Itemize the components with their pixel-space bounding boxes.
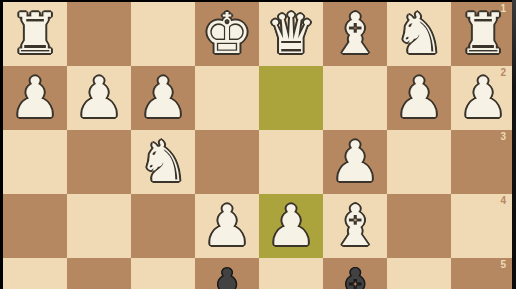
square-a4[interactable]: 4 xyxy=(451,194,515,258)
piece-white-pawn[interactable]: ♟ xyxy=(202,194,252,258)
rank-label-2: 2 xyxy=(500,67,506,79)
square-h3[interactable] xyxy=(3,130,67,194)
square-h5[interactable] xyxy=(3,258,67,289)
piece-white-pawn[interactable]: ♟ xyxy=(330,130,380,194)
piece-white-pawn[interactable]: ♟ xyxy=(394,66,444,130)
piece-black-bishop[interactable]: ♝ xyxy=(330,258,380,289)
piece-white-knight[interactable]: ♞ xyxy=(394,2,444,66)
piece-white-bishop[interactable]: ♝ xyxy=(330,2,380,66)
square-c5[interactable]: ♝ xyxy=(323,258,387,289)
square-c1[interactable]: ♝ xyxy=(323,2,387,66)
square-g4[interactable] xyxy=(67,194,131,258)
square-a3[interactable]: 3 xyxy=(451,130,515,194)
square-h4[interactable] xyxy=(3,194,67,258)
square-b3[interactable] xyxy=(387,130,451,194)
rank-label-1: 1 xyxy=(500,3,506,15)
square-g1[interactable] xyxy=(67,2,131,66)
square-a2[interactable]: ♟2 xyxy=(451,66,515,130)
square-d5[interactable] xyxy=(259,258,323,289)
piece-white-pawn[interactable]: ♟ xyxy=(266,194,316,258)
piece-black-pawn[interactable]: ♟ xyxy=(202,258,252,289)
square-d1[interactable]: ♛ xyxy=(259,2,323,66)
piece-white-rook[interactable]: ♜ xyxy=(10,2,60,66)
board-viewport: ♜♚♛♝♞♜1♟♟♟♟♟2♞♟3♟♟♝4♟♝5 xyxy=(0,0,516,289)
square-h1[interactable]: ♜ xyxy=(3,2,67,66)
square-b1[interactable]: ♞ xyxy=(387,2,451,66)
square-b5[interactable] xyxy=(387,258,451,289)
square-a5[interactable]: 5 xyxy=(451,258,515,289)
square-d3[interactable] xyxy=(259,130,323,194)
square-f2[interactable]: ♟ xyxy=(131,66,195,130)
piece-white-bishop[interactable]: ♝ xyxy=(330,194,380,258)
rank-label-5: 5 xyxy=(500,259,506,271)
square-d4[interactable]: ♟ xyxy=(259,194,323,258)
square-a1[interactable]: ♜1 xyxy=(451,2,515,66)
square-b4[interactable] xyxy=(387,194,451,258)
square-e2[interactable] xyxy=(195,66,259,130)
piece-white-king[interactable]: ♚ xyxy=(202,2,252,66)
square-g2[interactable]: ♟ xyxy=(67,66,131,130)
rank-label-4: 4 xyxy=(500,195,506,207)
square-e4[interactable]: ♟ xyxy=(195,194,259,258)
square-f5[interactable] xyxy=(131,258,195,289)
square-b2[interactable]: ♟ xyxy=(387,66,451,130)
square-e1[interactable]: ♚ xyxy=(195,2,259,66)
square-e5[interactable]: ♟ xyxy=(195,258,259,289)
square-f4[interactable] xyxy=(131,194,195,258)
rank-label-3: 3 xyxy=(500,131,506,143)
piece-white-queen[interactable]: ♛ xyxy=(266,2,316,66)
piece-white-knight[interactable]: ♞ xyxy=(138,130,188,194)
square-c4[interactable]: ♝ xyxy=(323,194,387,258)
square-d2[interactable] xyxy=(259,66,323,130)
square-f3[interactable]: ♞ xyxy=(131,130,195,194)
piece-white-pawn[interactable]: ♟ xyxy=(138,66,188,130)
square-g3[interactable] xyxy=(67,130,131,194)
square-g5[interactable] xyxy=(67,258,131,289)
chess-board: ♜♚♛♝♞♜1♟♟♟♟♟2♞♟3♟♟♝4♟♝5 xyxy=(3,2,515,289)
square-c3[interactable]: ♟ xyxy=(323,130,387,194)
square-h2[interactable]: ♟ xyxy=(3,66,67,130)
square-c2[interactable] xyxy=(323,66,387,130)
square-f1[interactable] xyxy=(131,2,195,66)
right-edge-strip xyxy=(512,0,516,289)
piece-white-pawn[interactable]: ♟ xyxy=(10,66,60,130)
square-e3[interactable] xyxy=(195,130,259,194)
piece-white-pawn[interactable]: ♟ xyxy=(74,66,124,130)
